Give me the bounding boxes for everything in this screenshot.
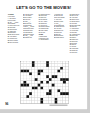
clue-column-1: ACROSS1. Film holder4. Actor Pacino8. Mo… xyxy=(8,14,22,61)
clue-column-3: 54. Coming-soon reel55. Screen test57. O… xyxy=(39,14,53,61)
clue: 28. Silent-era comic xyxy=(8,41,22,42)
clue-column-2: 29. "Psycho" motel31. Aisle walker33. Re… xyxy=(23,14,37,61)
clue: 52. Matinee time xyxy=(23,37,37,38)
clue: 67. Scene two xyxy=(70,52,84,53)
page-number: 96 xyxy=(5,103,8,106)
scanned-page-viewport: LET'S GO TO THE MOVIES! ACROSS1. Film ho… xyxy=(0,0,90,113)
book-page: LET'S GO TO THE MOVIES! ACROSS1. Film ho… xyxy=(0,0,88,110)
credit-line xyxy=(50,105,68,106)
clue-column-4: 4. Projector lens5. Idol's fan club6. Bo… xyxy=(54,14,68,61)
clue: 3. Actress Gardner xyxy=(39,39,53,40)
clue: 26. Studio back lot xyxy=(54,37,68,38)
crossword-grid xyxy=(21,61,70,104)
grid-cell xyxy=(66,101,69,104)
puzzle-title: LET'S GO TO THE MOVIES! xyxy=(0,5,87,10)
clue-column-5: 27. Snack-bar buy29. Tara, for one30. Ac… xyxy=(70,14,84,100)
